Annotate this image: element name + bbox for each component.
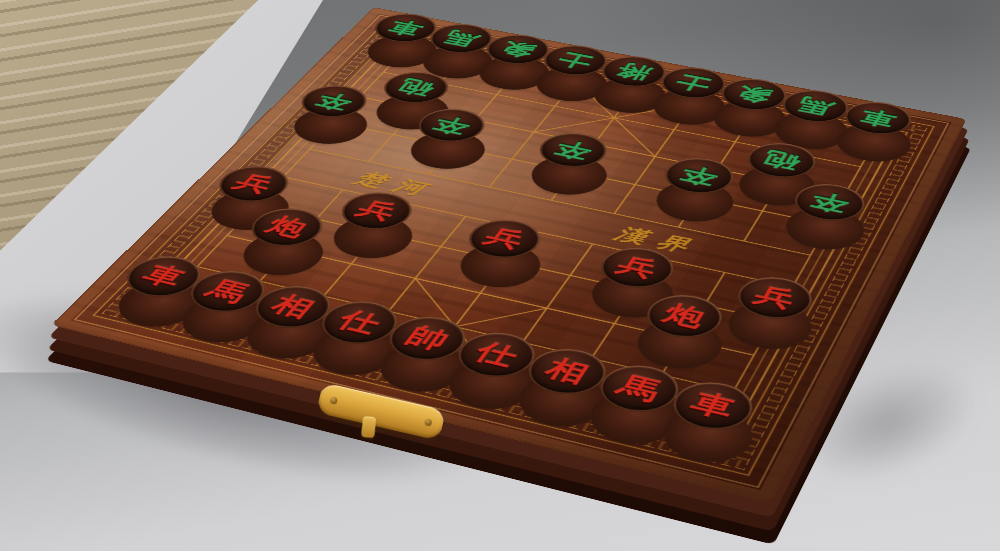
photo-backdrop: 楚河 漢界 車馬象士將士象馬車砲砲卒卒卒卒卒兵兵兵兵兵炮炮車馬相仕帥仕相馬車 xyxy=(0,0,1000,551)
clasp-screw-left xyxy=(330,396,338,404)
piece-green-soldier[interactable]: 卒 xyxy=(291,81,377,122)
piece-green-soldier[interactable]: 卒 xyxy=(656,153,742,198)
piece-red-soldier[interactable]: 兵 xyxy=(591,242,683,293)
piece-red-soldier[interactable]: 兵 xyxy=(208,161,300,207)
piece-green-soldier[interactable]: 卒 xyxy=(530,128,616,172)
piece-red-soldier[interactable]: 兵 xyxy=(729,271,821,324)
clasp-hook xyxy=(361,416,376,438)
piece-red-soldier[interactable]: 兵 xyxy=(458,214,550,263)
clasp-screw-right xyxy=(424,418,432,426)
